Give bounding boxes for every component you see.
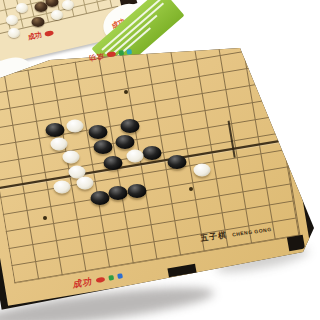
white-stone xyxy=(77,177,94,190)
black-stone xyxy=(121,119,140,133)
red-oval-logo-icon xyxy=(96,277,106,284)
white-stone xyxy=(63,151,80,164)
black-stone xyxy=(109,186,128,200)
black-stone xyxy=(89,125,108,139)
black-stone xyxy=(94,140,113,154)
red-oval-logo-icon xyxy=(107,52,117,58)
product-photo: 成功 成功 成功 成功 xyxy=(0,0,320,320)
black-stone xyxy=(46,123,65,137)
black-stone xyxy=(128,184,147,198)
black-stone xyxy=(168,155,187,169)
white-stone xyxy=(51,138,68,151)
black-stone xyxy=(143,146,162,160)
white-stone xyxy=(67,120,84,133)
black-stone xyxy=(104,156,123,170)
blue-square-logo-icon xyxy=(117,273,123,279)
stone-layer xyxy=(0,0,320,320)
white-stone xyxy=(194,164,211,177)
teal-square-logo-icon xyxy=(126,49,132,55)
white-stone xyxy=(127,150,144,163)
green-square-logo-icon xyxy=(108,275,114,281)
white-stone xyxy=(54,181,71,194)
green-square-logo-icon xyxy=(119,51,125,57)
black-stone xyxy=(116,135,135,149)
black-stone xyxy=(91,191,110,205)
